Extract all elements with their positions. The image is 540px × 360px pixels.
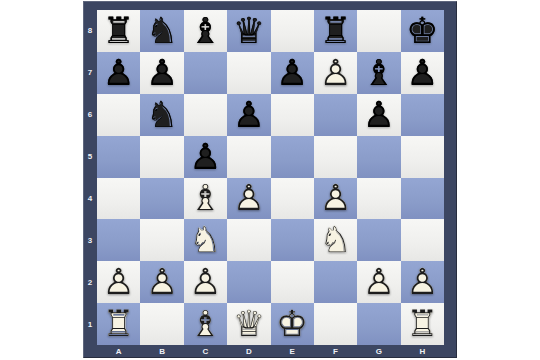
square-a3[interactable] — [97, 219, 140, 261]
square-f5[interactable] — [314, 136, 357, 178]
piece-white-queen[interactable]: ♛♕ — [227, 303, 270, 345]
square-f2[interactable] — [314, 261, 357, 303]
square-f7[interactable]: ♟♙ — [314, 52, 357, 94]
square-c5[interactable]: ♟♙ — [184, 136, 227, 178]
square-g3[interactable] — [357, 219, 400, 261]
square-d1[interactable]: ♛♕ — [227, 303, 270, 345]
piece-white-pawn[interactable]: ♟♙ — [227, 178, 270, 220]
square-a4[interactable] — [97, 178, 140, 220]
piece-white-pawn[interactable]: ♟♙ — [140, 261, 183, 303]
piece-white-rook[interactable]: ♜♖ — [97, 303, 140, 345]
square-d7[interactable] — [227, 52, 270, 94]
piece-white-pawn[interactable]: ♟♙ — [357, 261, 400, 303]
square-g8[interactable] — [357, 10, 400, 52]
rank-label-7: 7 — [83, 52, 97, 94]
piece-white-pawn[interactable]: ♟♙ — [184, 261, 227, 303]
piece-black-rook[interactable]: ♜♖ — [97, 10, 140, 52]
square-f4[interactable]: ♟♙ — [314, 178, 357, 220]
square-h5[interactable] — [401, 136, 444, 178]
square-h6[interactable] — [401, 94, 444, 136]
rank-label-8: 8 — [83, 10, 97, 52]
square-g1[interactable] — [357, 303, 400, 345]
square-f8[interactable]: ♜♖ — [314, 10, 357, 52]
file-label-e: E — [271, 345, 314, 358]
piece-black-bishop[interactable]: ♝♗ — [357, 52, 400, 94]
square-d3[interactable] — [227, 219, 270, 261]
square-h2[interactable]: ♟♙ — [401, 261, 444, 303]
square-f6[interactable] — [314, 94, 357, 136]
square-h1[interactable]: ♜♖ — [401, 303, 444, 345]
square-a7[interactable]: ♟♙ — [97, 52, 140, 94]
square-g5[interactable] — [357, 136, 400, 178]
square-e5[interactable] — [271, 136, 314, 178]
piece-black-pawn[interactable]: ♟♙ — [184, 136, 227, 178]
square-c1[interactable]: ♝♗ — [184, 303, 227, 345]
file-label-f: F — [314, 345, 357, 358]
piece-white-knight[interactable]: ♞♘ — [184, 219, 227, 261]
piece-black-rook[interactable]: ♜♖ — [314, 10, 357, 52]
square-a1[interactable]: ♜♖ — [97, 303, 140, 345]
piece-black-pawn[interactable]: ♟♙ — [97, 52, 140, 94]
square-h7[interactable]: ♟♙ — [401, 52, 444, 94]
square-h4[interactable] — [401, 178, 444, 220]
piece-black-pawn[interactable]: ♟♙ — [271, 52, 314, 94]
piece-white-pawn[interactable]: ♟♙ — [401, 261, 444, 303]
square-c3[interactable]: ♞♘ — [184, 219, 227, 261]
square-e1[interactable]: ♚♔ — [271, 303, 314, 345]
rank-labels: 87654321 — [83, 10, 97, 345]
rank-label-2: 2 — [83, 261, 97, 303]
square-c4[interactable]: ♝♗ — [184, 178, 227, 220]
square-b5[interactable] — [140, 136, 183, 178]
square-b4[interactable] — [140, 178, 183, 220]
rank-label-3: 3 — [83, 219, 97, 261]
square-e2[interactable] — [271, 261, 314, 303]
square-e4[interactable] — [271, 178, 314, 220]
file-labels: ABCDEFGH — [97, 345, 444, 358]
piece-white-bishop[interactable]: ♝♗ — [184, 178, 227, 220]
square-b2[interactable]: ♟♙ — [140, 261, 183, 303]
square-d4[interactable]: ♟♙ — [227, 178, 270, 220]
piece-white-bishop[interactable]: ♝♗ — [184, 303, 227, 345]
square-d8[interactable]: ♛♕ — [227, 10, 270, 52]
square-b1[interactable] — [140, 303, 183, 345]
piece-white-knight[interactable]: ♞♘ — [314, 219, 357, 261]
square-d2[interactable] — [227, 261, 270, 303]
piece-white-rook[interactable]: ♜♖ — [401, 303, 444, 345]
rank-label-6: 6 — [83, 94, 97, 136]
square-b3[interactable] — [140, 219, 183, 261]
square-h3[interactable] — [401, 219, 444, 261]
square-e7[interactable]: ♟♙ — [271, 52, 314, 94]
square-g7[interactable]: ♝♗ — [357, 52, 400, 94]
square-a8[interactable]: ♜♖ — [97, 10, 140, 52]
rank-label-1: 1 — [83, 303, 97, 345]
square-c6[interactable] — [184, 94, 227, 136]
square-a6[interactable] — [97, 94, 140, 136]
piece-black-pawn[interactable]: ♟♙ — [140, 52, 183, 94]
square-c8[interactable]: ♝♗ — [184, 10, 227, 52]
piece-white-pawn[interactable]: ♟♙ — [314, 52, 357, 94]
piece-black-king[interactable]: ♚♔ — [401, 10, 444, 52]
square-g6[interactable]: ♟♙ — [357, 94, 400, 136]
piece-white-king[interactable]: ♚♔ — [271, 303, 314, 345]
file-label-c: C — [184, 345, 227, 358]
square-b8[interactable]: ♞♘ — [140, 10, 183, 52]
square-a5[interactable] — [97, 136, 140, 178]
piece-black-pawn[interactable]: ♟♙ — [401, 52, 444, 94]
piece-white-pawn[interactable]: ♟♙ — [97, 261, 140, 303]
piece-black-knight[interactable]: ♞♘ — [140, 10, 183, 52]
square-b6[interactable]: ♞♘ — [140, 94, 183, 136]
file-label-d: D — [227, 345, 270, 358]
rank-label-5: 5 — [83, 136, 97, 178]
square-b7[interactable]: ♟♙ — [140, 52, 183, 94]
board-grid: ♜♖♞♘♝♗♛♕♜♖♚♔♟♙♟♙♟♙♟♙♝♗♟♙♞♘♟♙♟♙♟♙♝♗♟♙♟♙♞♘… — [97, 10, 444, 345]
square-d6[interactable]: ♟♙ — [227, 94, 270, 136]
square-c2[interactable]: ♟♙ — [184, 261, 227, 303]
file-label-b: B — [140, 345, 183, 358]
square-a2[interactable]: ♟♙ — [97, 261, 140, 303]
page: 87654321 ABCDEFGH ♜♖♞♘♝♗♛♕♜♖♚♔♟♙♟♙♟♙♟♙♝♗… — [0, 0, 540, 360]
square-c7[interactable] — [184, 52, 227, 94]
square-g2[interactable]: ♟♙ — [357, 261, 400, 303]
file-label-a: A — [97, 345, 140, 358]
file-label-g: G — [357, 345, 400, 358]
piece-black-knight[interactable]: ♞♘ — [140, 94, 183, 136]
piece-white-pawn[interactable]: ♟♙ — [314, 178, 357, 220]
file-label-h: H — [401, 345, 444, 358]
square-g4[interactable] — [357, 178, 400, 220]
square-f1[interactable] — [314, 303, 357, 345]
piece-black-queen[interactable]: ♛♕ — [227, 10, 270, 52]
rank-label-4: 4 — [83, 178, 97, 220]
piece-black-pawn[interactable]: ♟♙ — [227, 94, 270, 136]
piece-black-bishop[interactable]: ♝♗ — [184, 10, 227, 52]
square-e8[interactable] — [271, 10, 314, 52]
square-d5[interactable] — [227, 136, 270, 178]
square-f3[interactable]: ♞♘ — [314, 219, 357, 261]
square-h8[interactable]: ♚♔ — [401, 10, 444, 52]
chess-board: 87654321 ABCDEFGH ♜♖♞♘♝♗♛♕♜♖♚♔♟♙♟♙♟♙♟♙♝♗… — [83, 1, 457, 358]
square-e6[interactable] — [271, 94, 314, 136]
square-e3[interactable] — [271, 219, 314, 261]
piece-black-pawn[interactable]: ♟♙ — [357, 94, 400, 136]
